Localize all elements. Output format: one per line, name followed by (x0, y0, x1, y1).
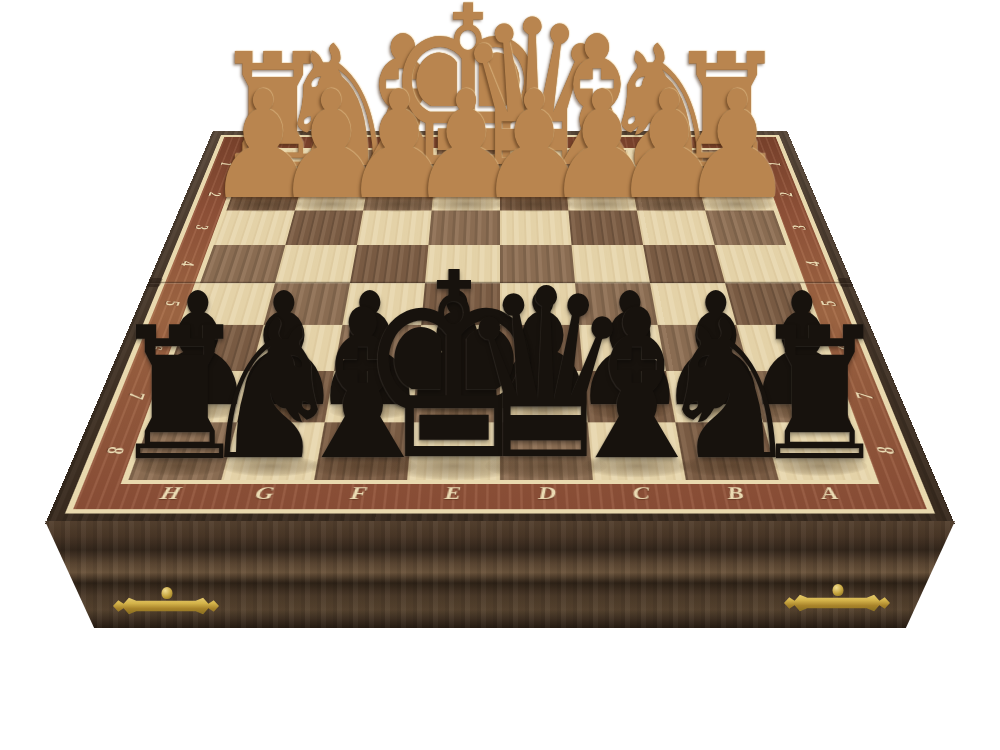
piece-black-rook-a8[interactable]: ♜ (750, 303, 889, 486)
clasp-knob-right (832, 588, 843, 600)
piece-white-pawn-a2[interactable]: ♟ (680, 71, 794, 220)
pieces-layer: ♜♞♝♚♛♝♞♜♟♟♟♟♟♟♟♟♟♟♟♟♟♟♟♟♜♞♝♚♛♝♞♜ (0, 0, 1000, 750)
board-front-edge (45, 521, 955, 628)
clasp-knob-left (161, 591, 172, 603)
chess-set-photo: HGFEDCBA 12345678 12345678 ♜♞♝♚♛♝♞♜♟♟♟♟♟… (0, 0, 1000, 750)
